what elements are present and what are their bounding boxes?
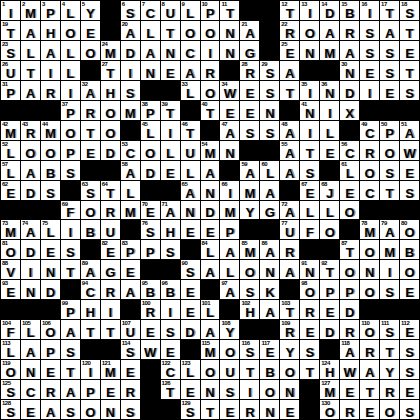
cell-r19c10[interactable]: 123L	[181, 360, 200, 379]
cell-r13c15[interactable]: R	[280, 240, 299, 259]
cell-r16c14[interactable]: A	[260, 300, 279, 319]
cell-r7c10[interactable]: 46T	[181, 121, 200, 140]
cell-r2c10[interactable]: O	[181, 21, 200, 40]
cell-r21c6[interactable]: N	[101, 400, 120, 419]
cell-r1c20[interactable]: 17T	[380, 1, 399, 20]
cell-r8c10[interactable]: U	[181, 141, 200, 160]
cell-r3c11[interactable]: I	[201, 41, 220, 60]
cell-r20c14[interactable]: O	[260, 380, 279, 399]
cell-r6c12[interactable]: E	[220, 101, 239, 120]
cell-r1c17[interactable]: 14D	[320, 1, 339, 20]
cell-r5c6[interactable]: H	[101, 81, 120, 100]
cell-r9c2[interactable]: A	[21, 161, 40, 180]
cell-r10c7[interactable]: L	[121, 181, 140, 200]
cell-r21c20[interactable]: O	[380, 400, 399, 419]
cell-r14c5[interactable]: 89A	[81, 260, 100, 279]
cell-r9c14[interactable]: 60L	[260, 161, 279, 180]
cell-r1c10[interactable]: 9L	[181, 1, 200, 20]
cell-r21c18[interactable]: R	[340, 400, 359, 419]
cell-r18c3[interactable]: P	[41, 340, 60, 359]
cell-r16c5[interactable]: H	[81, 300, 100, 319]
cell-r17c19[interactable]: 110O	[360, 320, 379, 339]
cell-r16c16[interactable]: R	[300, 300, 319, 319]
cell-r4c15[interactable]: A	[280, 61, 299, 80]
cell-r2c8[interactable]: L	[141, 21, 160, 40]
cell-r1c1[interactable]: 1I	[1, 1, 20, 20]
cell-r12c8[interactable]: 76S	[141, 220, 160, 239]
cell-r1c3[interactable]: 3P	[41, 1, 60, 20]
cell-r11c8[interactable]: 70E	[141, 201, 160, 220]
cell-r8c19[interactable]: R	[360, 141, 379, 160]
cell-r7c13[interactable]: S	[240, 121, 259, 140]
cell-r16c11[interactable]: 101L	[201, 300, 220, 319]
cell-r18c12[interactable]: O	[220, 340, 239, 359]
cell-r18c21[interactable]: S	[400, 340, 419, 359]
cell-r4c21[interactable]: T	[400, 61, 419, 80]
cell-r7c12[interactable]: 47A	[220, 121, 239, 140]
cell-r6c7[interactable]: M	[121, 101, 140, 120]
cell-r9c19[interactable]: O	[360, 161, 379, 180]
cell-r5c14[interactable]: S	[260, 81, 279, 100]
cell-r7c15[interactable]: 48A	[280, 121, 299, 140]
cell-r3c2[interactable]: L	[21, 41, 40, 60]
cell-r14c19[interactable]: N	[360, 260, 379, 279]
cell-r13c4[interactable]: S	[61, 240, 80, 259]
cell-r7c16[interactable]: I	[300, 121, 319, 140]
cell-r7c21[interactable]: 51A	[400, 121, 419, 140]
cell-r6c18[interactable]: X	[340, 101, 359, 120]
cell-r9c1[interactable]: 57L	[1, 161, 20, 180]
cell-r9c21[interactable]: E	[400, 161, 419, 180]
cell-r7c9[interactable]: I	[161, 121, 180, 140]
cell-r21c2[interactable]: E	[21, 400, 40, 419]
cell-r20c17[interactable]: 127M	[320, 380, 339, 399]
cell-r14c12[interactable]: L	[220, 260, 239, 279]
cell-r13c19[interactable]: O	[360, 240, 379, 259]
cell-r16c10[interactable]: E	[181, 300, 200, 319]
cell-r10c21[interactable]: S	[400, 181, 419, 200]
cell-r11c14[interactable]: G	[260, 201, 279, 220]
cell-r10c14[interactable]: A	[260, 181, 279, 200]
cell-r6c11[interactable]: 40T	[201, 101, 220, 120]
cell-r10c5[interactable]: 63S	[81, 181, 100, 200]
cell-r17c2[interactable]: 105L	[21, 320, 40, 339]
cell-r13c11[interactable]: 84L	[201, 240, 220, 259]
cell-r17c10[interactable]: D	[181, 320, 200, 339]
cell-r1c15[interactable]: 12T	[280, 1, 299, 20]
cell-r13c14[interactable]: 86A	[260, 240, 279, 259]
cell-r8c9[interactable]: L	[161, 141, 180, 160]
cell-r1c18[interactable]: 15B	[340, 1, 359, 20]
cell-r10c16[interactable]: 67E	[300, 181, 319, 200]
cell-r12c21[interactable]: 80O	[400, 220, 419, 239]
cell-r20c18[interactable]: E	[340, 380, 359, 399]
cell-r3c7[interactable]: D	[121, 41, 140, 60]
cell-r3c6[interactable]: 24M	[101, 41, 120, 60]
cell-r12c9[interactable]: H	[161, 220, 180, 239]
cell-r6c5[interactable]: R	[81, 101, 100, 120]
cell-r6c4[interactable]: 37P	[61, 101, 80, 120]
cell-r7c6[interactable]: O	[101, 121, 120, 140]
cell-r19c20[interactable]: Y	[380, 360, 399, 379]
cell-r1c7[interactable]: 6S	[121, 1, 140, 20]
cell-r13c6[interactable]: 82E	[101, 240, 120, 259]
cell-r15c1[interactable]: 93E	[1, 280, 20, 299]
cell-r19c6[interactable]: 121M	[101, 360, 120, 379]
cell-r4c20[interactable]: S	[380, 61, 399, 80]
cell-r3c10[interactable]: C	[181, 41, 200, 60]
cell-r16c17[interactable]: E	[320, 300, 339, 319]
cell-r19c17[interactable]: 124H	[320, 360, 339, 379]
cell-r18c13[interactable]: 116S	[240, 340, 259, 359]
cell-r17c11[interactable]: A	[201, 320, 220, 339]
cell-r13c8[interactable]: P	[141, 240, 160, 259]
cell-r16c13[interactable]: 102H	[240, 300, 259, 319]
cell-r5c17[interactable]: 36N	[320, 81, 339, 100]
cell-r20c19[interactable]: T	[360, 380, 379, 399]
cell-r19c2[interactable]: N	[21, 360, 40, 379]
cell-r17c3[interactable]: 106O	[41, 320, 60, 339]
cell-r9c7[interactable]: 58A	[121, 161, 140, 180]
cell-r11c17[interactable]: L	[320, 201, 339, 220]
cell-r9c13[interactable]: 59A	[240, 161, 259, 180]
cell-r12c3[interactable]: 75L	[41, 220, 60, 239]
cell-r8c20[interactable]: O	[380, 141, 399, 160]
cell-r12c5[interactable]: B	[81, 220, 100, 239]
cell-r20c13[interactable]: I	[240, 380, 259, 399]
cell-r3c16[interactable]: N	[300, 41, 319, 60]
cell-r20c6[interactable]: E	[101, 380, 120, 399]
cell-r13c3[interactable]: E	[41, 240, 60, 259]
cell-r19c14[interactable]: B	[260, 360, 279, 379]
cell-r15c5[interactable]: 94C	[81, 280, 100, 299]
cell-r12c20[interactable]: 79A	[380, 220, 399, 239]
cell-r7c1[interactable]: 42M	[1, 121, 20, 140]
cell-r5c21[interactable]: S	[400, 81, 419, 100]
cell-r4c11[interactable]: R	[201, 61, 220, 80]
cell-r13c21[interactable]: B	[400, 240, 419, 259]
cell-r1c12[interactable]: 11T	[220, 1, 239, 20]
cell-r13c1[interactable]: 81O	[1, 240, 20, 259]
cell-r7c19[interactable]: 49C	[360, 121, 379, 140]
cell-r17c15[interactable]: 109R	[280, 320, 299, 339]
cell-r17c18[interactable]: R	[340, 320, 359, 339]
cell-r15c14[interactable]: K	[260, 280, 279, 299]
cell-r10c18[interactable]: E	[340, 181, 359, 200]
cell-r12c15[interactable]: 77U	[280, 220, 299, 239]
cell-r3c21[interactable]: E	[400, 41, 419, 60]
cell-r8c3[interactable]: O	[41, 141, 60, 160]
cell-r3c17[interactable]: M	[320, 41, 339, 60]
cell-r5c20[interactable]: E	[380, 81, 399, 100]
cell-r17c4[interactable]: A	[61, 320, 80, 339]
cell-r15c13[interactable]: S	[240, 280, 259, 299]
cell-r20c7[interactable]: R	[121, 380, 140, 399]
cell-r13c18[interactable]: 87T	[340, 240, 359, 259]
cell-r5c16[interactable]: 35I	[300, 81, 319, 100]
cell-r10c19[interactable]: C	[360, 181, 379, 200]
cell-r10c10[interactable]: 65A	[181, 181, 200, 200]
cell-r5c4[interactable]: I	[61, 81, 80, 100]
cell-r12c4[interactable]: I	[61, 220, 80, 239]
cell-r20c20[interactable]: R	[380, 380, 399, 399]
cell-r10c13[interactable]: M	[240, 181, 259, 200]
cell-r3c3[interactable]: A	[41, 41, 60, 60]
cell-r14c13[interactable]: O	[240, 260, 259, 279]
cell-r4c1[interactable]: 26U	[1, 61, 20, 80]
cell-r14c2[interactable]: I	[21, 260, 40, 279]
cell-r17c7[interactable]: 107U	[121, 320, 140, 339]
cell-r21c7[interactable]: S	[121, 400, 140, 419]
cell-r19c15[interactable]: O	[280, 360, 299, 379]
cell-r8c16[interactable]: T	[300, 141, 319, 160]
cell-r4c18[interactable]: 30N	[340, 61, 359, 80]
cell-r14c15[interactable]: A	[280, 260, 299, 279]
cell-r19c16[interactable]: T	[300, 360, 319, 379]
cell-r7c14[interactable]: S	[260, 121, 279, 140]
cell-r6c14[interactable]: N	[260, 101, 279, 120]
cell-r16c15[interactable]: 103T	[280, 300, 299, 319]
cell-r1c11[interactable]: 10P	[201, 1, 220, 20]
cell-r2c7[interactable]: 20A	[121, 21, 140, 40]
cell-r14c7[interactable]: E	[121, 260, 140, 279]
cell-r13c20[interactable]: M	[380, 240, 399, 259]
cell-r12c1[interactable]: 73M	[1, 220, 20, 239]
cell-r13c2[interactable]: D	[21, 240, 40, 259]
cell-r5c7[interactable]: S	[121, 81, 140, 100]
cell-r1c21[interactable]: 18S	[400, 1, 419, 20]
cell-r21c21[interactable]: S	[400, 400, 419, 419]
cell-r7c17[interactable]: L	[320, 121, 339, 140]
cell-r17c6[interactable]: T	[101, 320, 120, 339]
cell-r18c2[interactable]: A	[21, 340, 40, 359]
cell-r10c17[interactable]: 68J	[320, 181, 339, 200]
cell-r7c8[interactable]: 45L	[141, 121, 160, 140]
cell-r7c4[interactable]: O	[61, 121, 80, 140]
cell-r2c11[interactable]: O	[201, 21, 220, 40]
cell-r4c14[interactable]: 29S	[260, 61, 279, 80]
cell-r19c9[interactable]: 122C	[161, 360, 180, 379]
cell-r15c10[interactable]: E	[181, 280, 200, 299]
cell-r5c5[interactable]: 32A	[81, 81, 100, 100]
cell-r3c12[interactable]: N	[220, 41, 239, 60]
cell-r14c14[interactable]: N	[260, 260, 279, 279]
cell-r8c15[interactable]: 55A	[280, 141, 299, 160]
cell-r4c3[interactable]: I	[41, 61, 60, 80]
cell-r10c11[interactable]: N	[201, 181, 220, 200]
cell-r12c11[interactable]: E	[201, 220, 220, 239]
cell-r17c1[interactable]: 104F	[1, 320, 20, 339]
cell-r8c2[interactable]: O	[21, 141, 40, 160]
cell-r2c4[interactable]: O	[61, 21, 80, 40]
cell-r17c16[interactable]: E	[300, 320, 319, 339]
cell-r9c4[interactable]: S	[61, 161, 80, 180]
cell-r7c2[interactable]: 43R	[21, 121, 40, 140]
cell-r6c8[interactable]: 38P	[141, 101, 160, 120]
cell-r18c11[interactable]: 115M	[201, 340, 220, 359]
cell-r2c18[interactable]: R	[340, 21, 359, 40]
cell-r21c10[interactable]: 129S	[181, 400, 200, 419]
cell-r21c1[interactable]: 128S	[1, 400, 20, 419]
cell-r9c16[interactable]: S	[300, 161, 319, 180]
cell-r11c11[interactable]: D	[201, 201, 220, 220]
cell-r2c19[interactable]: S	[360, 21, 379, 40]
cell-r11c16[interactable]: L	[300, 201, 319, 220]
cell-r7c20[interactable]: 50P	[380, 121, 399, 140]
cell-r19c21[interactable]: S	[400, 360, 419, 379]
cell-r21c12[interactable]: E	[220, 400, 239, 419]
cell-r19c3[interactable]: E	[41, 360, 60, 379]
cell-r4c13[interactable]: 28R	[240, 61, 259, 80]
cell-r5c10[interactable]: 33L	[181, 81, 200, 100]
cell-r5c2[interactable]: A	[21, 81, 40, 100]
cell-r21c14[interactable]: N	[260, 400, 279, 419]
cell-r21c4[interactable]: S	[61, 400, 80, 419]
cell-r20c1[interactable]: 125S	[1, 380, 20, 399]
cell-r20c11[interactable]: N	[201, 380, 220, 399]
cell-r12c10[interactable]: E	[181, 220, 200, 239]
cell-r19c19[interactable]: A	[360, 360, 379, 379]
cell-r20c5[interactable]: P	[81, 380, 100, 399]
cell-r2c2[interactable]: A	[21, 21, 40, 40]
cell-r20c3[interactable]: R	[41, 380, 60, 399]
cell-r11c7[interactable]: M	[121, 201, 140, 220]
cell-r20c21[interactable]: E	[400, 380, 419, 399]
cell-r14c6[interactable]: G	[101, 260, 120, 279]
cell-r11c12[interactable]: M	[220, 201, 239, 220]
cell-r1c8[interactable]: 7C	[141, 1, 160, 20]
cell-r14c17[interactable]: 92T	[320, 260, 339, 279]
cell-r14c11[interactable]: A	[201, 260, 220, 279]
cell-r19c11[interactable]: O	[201, 360, 220, 379]
cell-r10c20[interactable]: T	[380, 181, 399, 200]
cell-r11c10[interactable]: N	[181, 201, 200, 220]
cell-r14c3[interactable]: N	[41, 260, 60, 279]
cell-r16c9[interactable]: I	[161, 300, 180, 319]
cell-r2c16[interactable]: O	[300, 21, 319, 40]
cell-r12c6[interactable]: U	[101, 220, 120, 239]
cell-r12c17[interactable]: O	[320, 220, 339, 239]
cell-r18c15[interactable]: Y	[280, 340, 299, 359]
cell-r8c6[interactable]: D	[101, 141, 120, 160]
cell-r15c17[interactable]: P	[320, 280, 339, 299]
cell-r3c9[interactable]: N	[161, 41, 180, 60]
cell-r4c7[interactable]: I	[121, 61, 140, 80]
cell-r5c18[interactable]: D	[340, 81, 359, 100]
cell-r18c1[interactable]: 113L	[1, 340, 20, 359]
cell-r9c18[interactable]: 61L	[340, 161, 359, 180]
cell-r13c9[interactable]: S	[161, 240, 180, 259]
cell-r15c16[interactable]: 98O	[300, 280, 319, 299]
cell-r20c10[interactable]: E	[181, 380, 200, 399]
cell-r2c15[interactable]: 22R	[280, 21, 299, 40]
cell-r18c8[interactable]: W	[141, 340, 160, 359]
cell-r16c18[interactable]: D	[340, 300, 359, 319]
cell-r9c20[interactable]: S	[380, 161, 399, 180]
cell-r3c20[interactable]: S	[380, 41, 399, 60]
cell-r19c18[interactable]: W	[340, 360, 359, 379]
cell-r21c5[interactable]: O	[81, 400, 100, 419]
cell-r17c17[interactable]: D	[320, 320, 339, 339]
cell-r8c17[interactable]: E	[320, 141, 339, 160]
cell-r8c21[interactable]: W	[400, 141, 419, 160]
cell-r9c15[interactable]: A	[280, 161, 299, 180]
cell-r17c20[interactable]: 111S	[380, 320, 399, 339]
cell-r6c9[interactable]: 39T	[161, 101, 180, 120]
cell-r20c15[interactable]: N	[280, 380, 299, 399]
cell-r15c19[interactable]: O	[360, 280, 379, 299]
cell-r8c12[interactable]: N	[220, 141, 239, 160]
cell-r6c6[interactable]: O	[101, 101, 120, 120]
cell-r5c1[interactable]: 31P	[1, 81, 20, 100]
cell-r8c5[interactable]: E	[81, 141, 100, 160]
cell-r15c7[interactable]: A	[121, 280, 140, 299]
cell-r18c7[interactable]: 114S	[121, 340, 140, 359]
cell-r18c16[interactable]: S	[300, 340, 319, 359]
cell-r21c3[interactable]: A	[41, 400, 60, 419]
cell-r14c1[interactable]: 88V	[1, 260, 20, 279]
cell-r8c7[interactable]: 53C	[121, 141, 140, 160]
cell-r18c4[interactable]: S	[61, 340, 80, 359]
cell-r17c21[interactable]: 112E	[400, 320, 419, 339]
cell-r11c5[interactable]: O	[81, 201, 100, 220]
cell-r11c4[interactable]: 69F	[61, 201, 80, 220]
cell-r5c15[interactable]: T	[280, 81, 299, 100]
cell-r2c1[interactable]: 19T	[1, 21, 20, 40]
cell-r19c4[interactable]: T	[61, 360, 80, 379]
cell-r7c3[interactable]: 44M	[41, 121, 60, 140]
cell-r18c18[interactable]: 118A	[340, 340, 359, 359]
cell-r1c16[interactable]: 13I	[300, 1, 319, 20]
cell-r10c3[interactable]: S	[41, 181, 60, 200]
cell-r6c13[interactable]: E	[240, 101, 259, 120]
cell-r10c12[interactable]: 66I	[220, 181, 239, 200]
cell-r10c1[interactable]: 62E	[1, 181, 20, 200]
cell-r1c19[interactable]: 16I	[360, 1, 379, 20]
cell-r17c12[interactable]: 108Y	[220, 320, 239, 339]
cell-r15c2[interactable]: N	[21, 280, 40, 299]
cell-r13c13[interactable]: 85M	[240, 240, 259, 259]
cell-r2c5[interactable]: E	[81, 21, 100, 40]
cell-r9c8[interactable]: D	[141, 161, 160, 180]
cell-r9c11[interactable]: A	[201, 161, 220, 180]
cell-r10c2[interactable]: D	[21, 181, 40, 200]
cell-r4c8[interactable]: N	[141, 61, 160, 80]
cell-r21c19[interactable]: E	[360, 400, 379, 419]
cell-r4c10[interactable]: A	[181, 61, 200, 80]
cell-r15c18[interactable]: P	[340, 280, 359, 299]
cell-r16c4[interactable]: 99P	[61, 300, 80, 319]
cell-r19c1[interactable]: 119O	[1, 360, 20, 379]
cell-r8c4[interactable]: P	[61, 141, 80, 160]
cell-r15c3[interactable]: D	[41, 280, 60, 299]
cell-r11c13[interactable]: Y	[240, 201, 259, 220]
cell-r18c20[interactable]: T	[380, 340, 399, 359]
cell-r14c18[interactable]: O	[340, 260, 359, 279]
cell-r3c1[interactable]: 23S	[1, 41, 20, 60]
cell-r4c9[interactable]: E	[161, 61, 180, 80]
cell-r11c15[interactable]: 72A	[280, 201, 299, 220]
cell-r5c11[interactable]: O	[201, 81, 220, 100]
cell-r1c9[interactable]: 8U	[161, 1, 180, 20]
cell-r3c19[interactable]: S	[360, 41, 379, 60]
cell-r3c18[interactable]: A	[340, 41, 359, 60]
cell-r3c13[interactable]: G	[240, 41, 259, 60]
cell-r15c6[interactable]: R	[101, 280, 120, 299]
cell-r2c21[interactable]: T	[400, 21, 419, 40]
cell-r21c11[interactable]: T	[201, 400, 220, 419]
cell-r15c8[interactable]: 95B	[141, 280, 160, 299]
